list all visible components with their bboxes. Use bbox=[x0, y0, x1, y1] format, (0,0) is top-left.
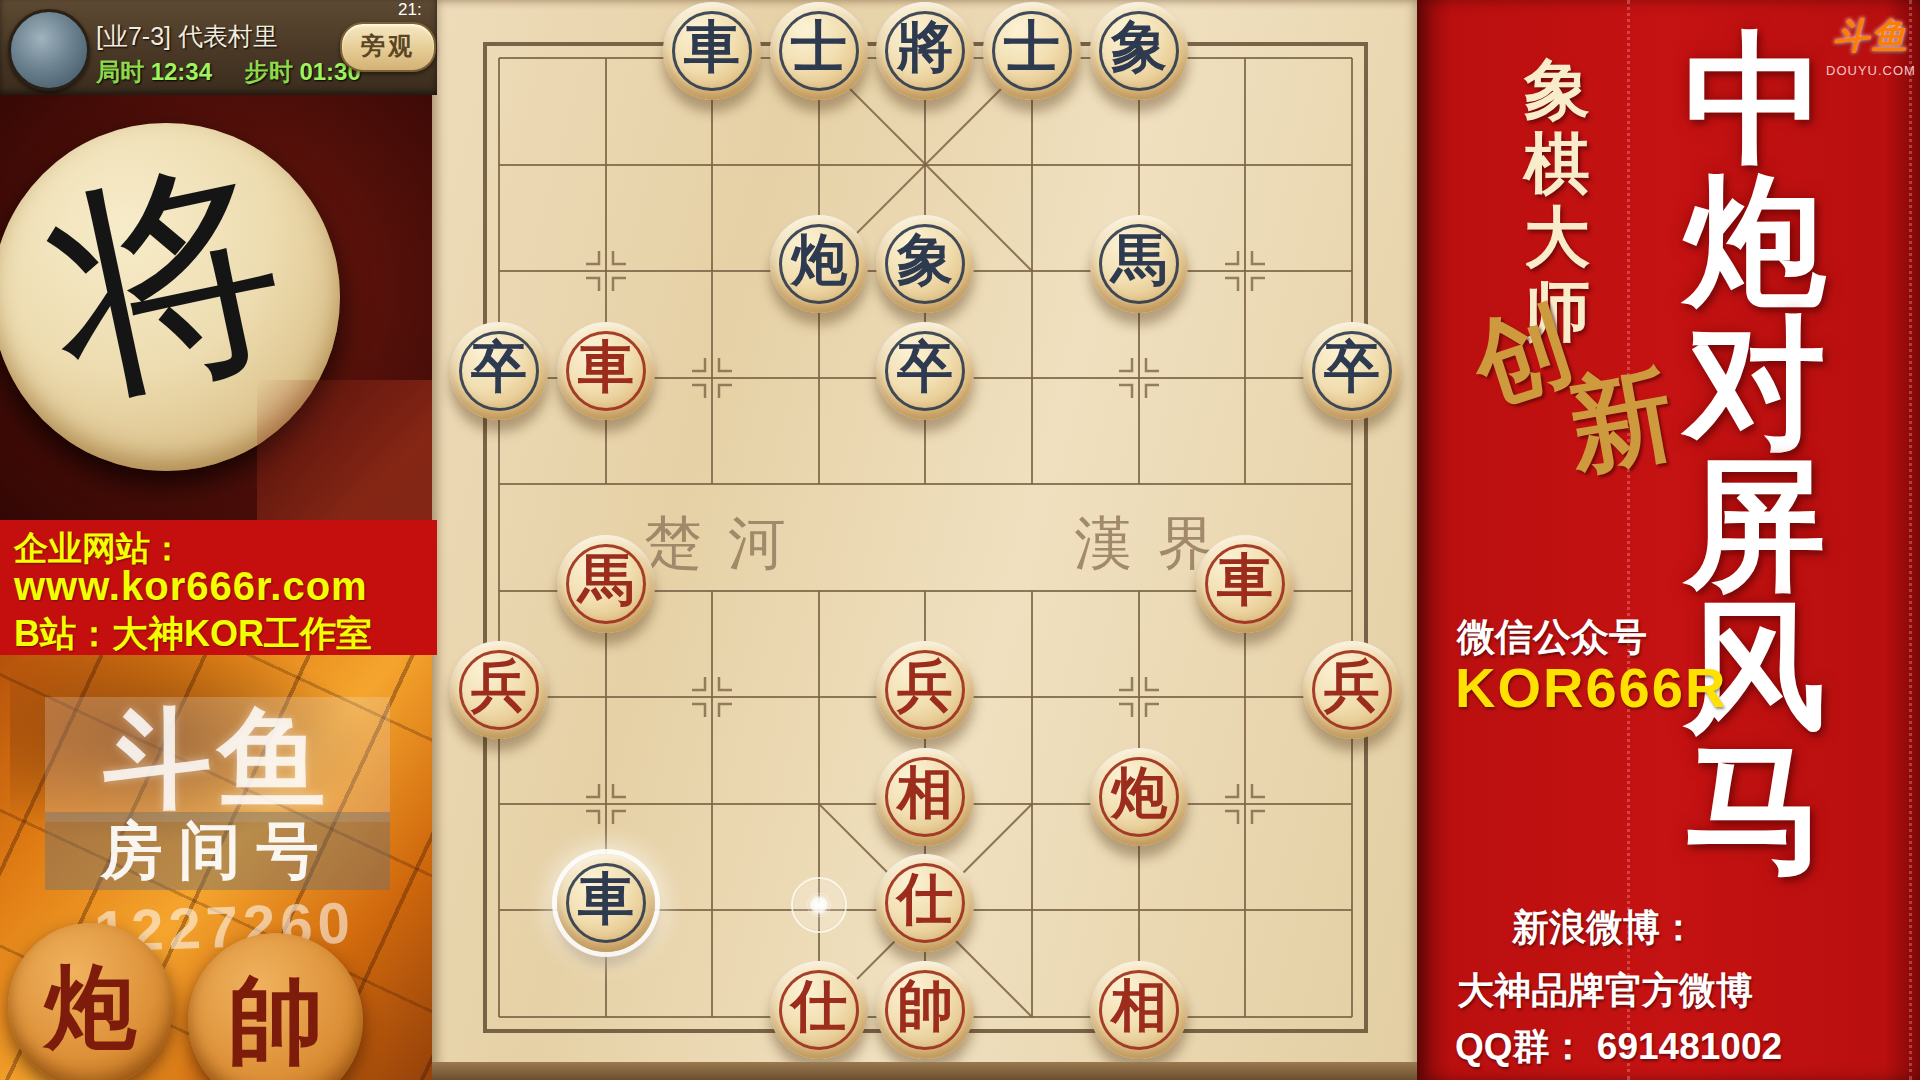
piece-red-兵-c4r6[interactable]: 兵 bbox=[876, 641, 974, 739]
douyu-domain: DOUYU.COM bbox=[1825, 63, 1917, 78]
game-time-label: 局时 bbox=[96, 58, 144, 85]
piece-glyph: 象 bbox=[876, 223, 974, 299]
piece-black-卒-c8r3[interactable]: 卒 bbox=[1303, 322, 1401, 420]
douyu-logo-text: 斗鱼 bbox=[1825, 12, 1917, 61]
avatar[interactable] bbox=[8, 9, 90, 91]
piece-glyph: 兵 bbox=[450, 649, 548, 725]
piece-glyph: 士 bbox=[983, 10, 1081, 86]
contact-line-url: www.kor666r.com bbox=[14, 564, 368, 609]
piece-red-相-c4r7[interactable]: 相 bbox=[876, 748, 974, 846]
piece-glyph: 兵 bbox=[1303, 649, 1401, 725]
piece-black-士-c3r0[interactable]: 士 bbox=[770, 2, 868, 100]
piece-red-仕-c4r8[interactable]: 仕 bbox=[876, 854, 974, 952]
spectate-button[interactable]: 旁观 bbox=[340, 22, 436, 72]
contact-line-bilibili: B站：大神KOR工作室 bbox=[14, 610, 372, 659]
piece-glyph: 士 bbox=[770, 10, 868, 86]
photo-piece-general-glyph: 帥 bbox=[188, 958, 363, 1080]
contact-block: 企业网站： www.kor666r.com B站：大神KOR工作室 bbox=[0, 520, 437, 655]
piece-black-卒-c4r3[interactable]: 卒 bbox=[876, 322, 974, 420]
xiangqi-board[interactable]: 楚河 漢界 車士將士象炮象馬卒車卒卒馬車兵兵兵相炮車仕仕帥相 bbox=[432, 0, 1417, 1080]
piece-red-炮-c6r7[interactable]: 炮 bbox=[1090, 748, 1188, 846]
stream-screenshot: 将 企业网站： www.kor666r.com B站：大神KOR工作室 斗鱼 房… bbox=[0, 0, 1920, 1080]
river-label-left: 楚河 bbox=[644, 505, 812, 583]
pinstripe bbox=[1909, 0, 1912, 1080]
board-front-edge bbox=[432, 1062, 1417, 1080]
piece-glyph: 車 bbox=[557, 862, 655, 938]
photo-piece-cannon-glyph: 炮 bbox=[8, 946, 173, 1070]
piece-glyph: 兵 bbox=[876, 649, 974, 725]
system-clock: 21: bbox=[398, 0, 422, 20]
piece-glyph: 相 bbox=[876, 756, 974, 832]
piece-black-象-c6r0[interactable]: 象 bbox=[1090, 2, 1188, 100]
game-time-value: 12:34 bbox=[151, 58, 212, 85]
red-cloth bbox=[257, 380, 437, 520]
photo-piece-cannon: 炮 bbox=[8, 923, 173, 1080]
piece-glyph: 象 bbox=[1090, 10, 1188, 86]
room-label-text: 房间号 bbox=[101, 809, 335, 893]
piece-glyph: 將 bbox=[876, 10, 974, 86]
piece-black-卒-c0r3[interactable]: 卒 bbox=[450, 322, 548, 420]
piece-black-車-c1r8[interactable]: 車 bbox=[557, 854, 655, 952]
piece-glyph: 仕 bbox=[876, 862, 974, 938]
piece-glyph: 仕 bbox=[770, 969, 868, 1045]
piece-glyph: 卒 bbox=[876, 330, 974, 406]
left-banner: 将 企业网站： www.kor666r.com B站：大神KOR工作室 斗鱼 房… bbox=[0, 0, 437, 1080]
piece-black-馬-c6r2[interactable]: 馬 bbox=[1090, 215, 1188, 313]
piece-red-馬-c1r5[interactable]: 馬 bbox=[557, 535, 655, 633]
qq-line: QQ群： 691481002 bbox=[1455, 1022, 1782, 1072]
piece-glyph: 馬 bbox=[557, 543, 655, 619]
piece-glyph: 車 bbox=[663, 10, 761, 86]
vertical-title: 中炮对屏风马 bbox=[1679, 28, 1831, 880]
piece-black-車-c2r0[interactable]: 車 bbox=[663, 2, 761, 100]
piece-black-象-c4r2[interactable]: 象 bbox=[876, 215, 974, 313]
piece-black-士-c5r0[interactable]: 士 bbox=[983, 2, 1081, 100]
calligraphy-xin: 新 bbox=[1558, 344, 1685, 500]
qq-label: QQ群： bbox=[1455, 1026, 1587, 1067]
move-time-label: 步时 bbox=[245, 58, 293, 85]
piece-red-車-c7r5[interactable]: 車 bbox=[1196, 535, 1294, 633]
wechat-id: KOR666R bbox=[1455, 655, 1727, 720]
piece-black-將-c4r0[interactable]: 將 bbox=[876, 2, 974, 100]
piece-red-兵-c0r6[interactable]: 兵 bbox=[450, 641, 548, 739]
weibo-label: 新浪微博： bbox=[1512, 903, 1697, 953]
piece-red-相-c6r9[interactable]: 相 bbox=[1090, 961, 1188, 1059]
weibo-name: 大神品牌官方微博 bbox=[1457, 966, 1753, 1016]
piece-glyph: 相 bbox=[1090, 969, 1188, 1045]
right-banner: 斗鱼 DOUYU.COM 象棋大师 创 新 中炮对屏风马 微信公众号 KOR66… bbox=[1417, 0, 1920, 1080]
player-panel: [业7-3] 代表村里 局时 12:34 步时 01:30 21: 旁观 bbox=[0, 0, 437, 95]
piece-glyph: 炮 bbox=[1090, 756, 1188, 832]
room-number-photo: 斗鱼 房间号 1227260 炮 帥 bbox=[0, 655, 437, 1080]
piece-black-炮-c3r2[interactable]: 炮 bbox=[770, 215, 868, 313]
piece-red-兵-c8r6[interactable]: 兵 bbox=[1303, 641, 1401, 739]
player-name: [业7-3] 代表村里 bbox=[96, 20, 278, 53]
piece-glyph: 卒 bbox=[450, 330, 548, 406]
douyu-logo: 斗鱼 DOUYU.COM bbox=[1825, 12, 1917, 78]
piece-glyph: 炮 bbox=[770, 223, 868, 299]
douyu-watermark: 斗鱼 bbox=[45, 697, 390, 822]
piece-glyph: 卒 bbox=[1303, 330, 1401, 406]
piece-glyph: 帥 bbox=[876, 969, 974, 1045]
room-label-band: 房间号 bbox=[45, 812, 390, 890]
piece-red-仕-c3r9[interactable]: 仕 bbox=[770, 961, 868, 1059]
piece-red-車-c1r3[interactable]: 車 bbox=[557, 322, 655, 420]
piece-glyph: 馬 bbox=[1090, 223, 1188, 299]
qq-number: 691481002 bbox=[1597, 1026, 1782, 1067]
piece-red-帥-c4r9[interactable]: 帥 bbox=[876, 961, 974, 1059]
piece-glyph: 車 bbox=[1196, 543, 1294, 619]
king-piece-photo: 将 bbox=[0, 95, 437, 520]
piece-glyph: 車 bbox=[557, 330, 655, 406]
move-origin-marker bbox=[808, 894, 830, 916]
